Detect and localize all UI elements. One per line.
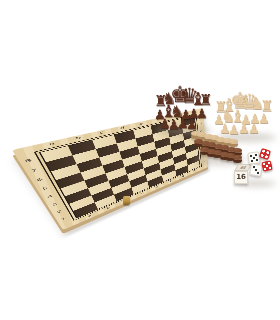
- checker-stack-dark: [233, 155, 242, 160]
- product-photo: aabbccddeeffgghh8877665544332211 ♜♞♚♛♝♜♟…: [0, 0, 280, 320]
- chess-piece: ♟: [248, 122, 260, 135]
- chess-piece: ♟: [186, 118, 198, 131]
- doubling-cube: 64 16: [234, 164, 248, 181]
- die-red: [259, 148, 272, 161]
- checker-stack-light: [229, 139, 238, 144]
- doubling-cube-front-face: 16: [234, 171, 248, 184]
- checker-stack-dark: [233, 148, 242, 153]
- brass-clasp: [123, 196, 130, 205]
- die-red: [261, 160, 273, 172]
- chess-piece: ♟: [258, 112, 270, 125]
